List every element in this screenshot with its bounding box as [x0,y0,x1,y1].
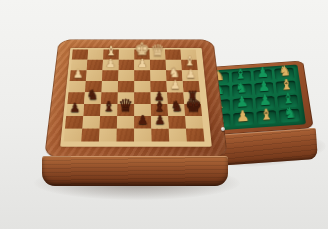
board-maple-border: ♝♚♛♟♟♝♟♞♟♟♞♟♜♟♝♛♝♞♚♟♟ [60,48,212,147]
stored-natural-p-piece[interactable]: ♟ [236,109,250,125]
square-f6[interactable] [150,70,166,81]
square-g5[interactable]: ♟ [166,81,183,92]
black-q-piece[interactable]: ♛ [118,97,133,114]
chess-board: ♝♚♛♟♟♝♟♞♟♟♞♟♜♟♝♛♝♞♚♟♟ [64,49,205,141]
white-p-piece[interactable]: ♟ [73,68,83,80]
square-f1[interactable] [151,129,169,142]
piece-storage-drawer[interactable]: ♞♝♟♞♞♞♟♝♝♟♟♝♟♟♝♞ [192,36,323,176]
square-b6[interactable] [86,70,103,81]
white-p-piece[interactable]: ♟ [137,57,147,68]
square-e4[interactable] [134,92,151,104]
square-d2[interactable] [117,116,134,128]
drawer-slot-14[interactable]: ♟ [233,112,254,126]
square-g2[interactable] [168,116,186,128]
square-b5[interactable] [85,81,102,92]
square-g3[interactable]: ♞ [168,104,186,116]
square-g1[interactable] [169,129,187,142]
drawer-slot-16[interactable]: ♞ [279,108,301,122]
square-a7[interactable] [71,60,88,71]
white-p-piece[interactable]: ♟ [170,79,181,91]
black-n-piece[interactable]: ♞ [170,100,183,114]
square-g7[interactable] [165,60,181,71]
square-f2[interactable]: ♟ [151,116,169,128]
square-d3[interactable]: ♛ [117,104,134,116]
white-p-piece[interactable]: ♟ [105,57,115,68]
square-a3[interactable]: ♟ [66,104,84,116]
white-n-piece[interactable]: ♞ [168,66,180,79]
drawer-piece-tray: ♞♝♟♞♞♞♟♝♝♟♟♝♟♟♝♞ [210,68,301,128]
square-g8[interactable] [165,49,181,59]
square-d8[interactable] [119,49,135,59]
white-b-piece[interactable]: ♝ [105,45,117,58]
stored-green-n-piece[interactable]: ♞ [283,106,297,122]
square-c6[interactable] [102,70,118,81]
black-b-piece[interactable]: ♝ [153,100,166,114]
square-b7[interactable] [87,60,103,71]
square-f5[interactable] [150,81,167,92]
stored-natural-b-piece[interactable]: ♝ [259,107,273,123]
square-f3[interactable]: ♝ [151,104,168,116]
square-e5[interactable] [134,81,150,92]
square-c5[interactable] [101,81,118,92]
square-b8[interactable] [87,49,103,59]
square-c3[interactable]: ♝ [100,104,117,116]
square-a1[interactable] [64,129,83,142]
square-g6[interactable]: ♞ [166,70,183,81]
black-p-piece[interactable]: ♟ [154,90,165,102]
square-b2[interactable] [82,116,100,128]
square-a4[interactable] [67,92,85,104]
square-f4[interactable]: ♟ [151,92,168,104]
white-q-piece[interactable]: ♛ [151,42,165,58]
drawer-green-felt-lining: ♞♝♟♞♞♞♟♝♝♟♟♝♟♟♝♞ [205,65,306,132]
square-b3[interactable] [83,104,101,116]
square-b4[interactable]: ♞ [84,92,101,104]
drawer-slot-13[interactable]: ♟ [210,113,230,128]
square-a8[interactable] [72,49,88,59]
square-a2[interactable] [65,116,83,128]
square-d6[interactable] [118,70,134,81]
square-b1[interactable] [81,129,99,142]
square-c1[interactable] [99,129,117,142]
black-b-piece[interactable]: ♝ [102,100,115,114]
square-f8[interactable]: ♛ [150,49,166,59]
square-g4[interactable] [167,92,184,104]
white-k-piece[interactable]: ♚ [134,41,150,58]
square-c8[interactable]: ♝ [103,49,119,59]
square-d5[interactable] [118,81,134,92]
drawer-front-panel[interactable] [199,128,318,167]
drawer-stop-pin [221,127,225,131]
square-a5[interactable] [69,81,86,92]
square-f7[interactable] [150,60,166,71]
drawer-top-face: ♞♝♟♞♞♞♟♝♝♟♟♝♟♟♝♞ [198,61,314,137]
square-c4[interactable] [101,92,118,104]
square-c7[interactable]: ♟ [102,60,118,71]
square-e7[interactable]: ♟ [134,60,150,71]
stored-green-p-piece[interactable]: ♟ [212,111,226,127]
square-d1[interactable] [116,129,134,142]
black-p-piece[interactable]: ♟ [137,114,148,126]
black-n-piece[interactable]: ♞ [86,88,98,102]
drawer-slot-15[interactable]: ♝ [256,110,277,124]
square-e8[interactable]: ♚ [134,49,150,59]
black-p-piece[interactable]: ♟ [69,102,80,114]
square-e1[interactable] [134,129,152,142]
black-p-piece[interactable]: ♟ [154,114,165,126]
square-e3[interactable] [134,104,151,116]
square-d7[interactable] [118,60,134,71]
square-c2[interactable] [100,116,118,128]
square-a6[interactable]: ♟ [70,70,87,81]
square-e6[interactable] [134,70,150,81]
product-photo-scene: ♞♝♟♞♞♞♟♝♝♟♟♝♟♟♝♞ ♝♚♛♟♟♝♟♞♟♟♞♟♜♟♝♛♝♞♚♟♟ [0,0,328,229]
square-e2[interactable]: ♟ [134,116,151,128]
square-d4[interactable] [117,92,134,104]
